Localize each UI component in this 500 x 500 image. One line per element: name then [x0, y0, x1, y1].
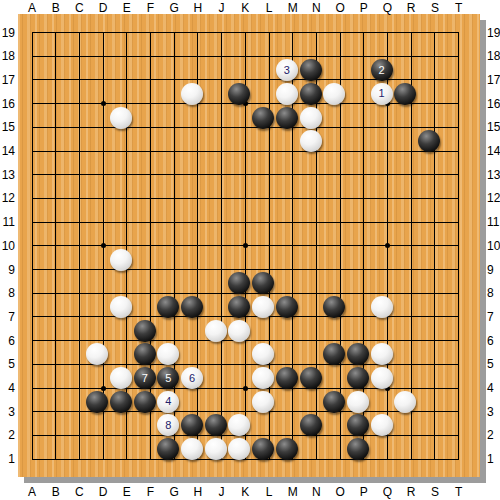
board-point-T7[interactable] — [465, 319, 489, 343]
board-point-F14[interactable] — [157, 153, 181, 177]
board-point-B9[interactable] — [62, 272, 86, 296]
board-point-L6[interactable] — [275, 343, 299, 367]
board-point-C18[interactable] — [86, 58, 110, 82]
board-point-R16[interactable] — [417, 106, 441, 130]
board-point-C4[interactable] — [86, 390, 110, 414]
board-point-F8[interactable] — [157, 295, 181, 319]
board-point-F7[interactable] — [157, 319, 181, 343]
board-point-B6[interactable] — [62, 343, 86, 367]
board-point-E4[interactable] — [133, 390, 157, 414]
board-point-A3[interactable] — [38, 414, 62, 438]
board-point-K15[interactable] — [251, 129, 275, 153]
board-point-J12[interactable] — [228, 200, 252, 224]
board-point-F2[interactable] — [157, 437, 181, 461]
board-point-R12[interactable] — [417, 200, 441, 224]
board-point-S1[interactable] — [441, 461, 465, 485]
board-point-O3[interactable] — [346, 414, 370, 438]
board-point-M9[interactable] — [299, 272, 323, 296]
board-point-B17[interactable] — [62, 82, 86, 106]
board-point-R6[interactable] — [417, 343, 441, 367]
board-point-A9[interactable] — [38, 272, 62, 296]
board-point-Q4[interactable] — [393, 390, 417, 414]
board-point-H16[interactable] — [204, 106, 228, 130]
board-point-M2[interactable] — [299, 437, 323, 461]
board-point-J7[interactable] — [228, 319, 252, 343]
board-point-R14[interactable] — [417, 153, 441, 177]
board-point-J6[interactable] — [228, 343, 252, 367]
board-point-E19[interactable] — [133, 35, 157, 59]
board-point-F9[interactable] — [157, 272, 181, 296]
board-point-F16[interactable] — [157, 106, 181, 130]
board-point-N6[interactable] — [322, 343, 346, 367]
board-point-E7[interactable] — [133, 319, 157, 343]
board-point-T3[interactable] — [465, 414, 489, 438]
board-point-L17[interactable] — [275, 82, 299, 106]
board-point-K7[interactable] — [251, 319, 275, 343]
board-point-J17[interactable] — [228, 82, 252, 106]
board-point-K3[interactable] — [251, 414, 275, 438]
board-point-J14[interactable] — [228, 153, 252, 177]
board-point-K5[interactable] — [251, 366, 275, 390]
board-point-G18[interactable] — [180, 58, 204, 82]
board-point-F17[interactable] — [157, 82, 181, 106]
board-point-E2[interactable] — [133, 437, 157, 461]
board-point-H6[interactable] — [204, 343, 228, 367]
board-point-B18[interactable] — [62, 58, 86, 82]
board-point-N4[interactable] — [322, 390, 346, 414]
board-point-C10[interactable] — [86, 248, 110, 272]
board-point-L5[interactable] — [275, 366, 299, 390]
board-point-M4[interactable] — [299, 390, 323, 414]
board-point-P6[interactable] — [370, 343, 394, 367]
board-point-N9[interactable] — [322, 272, 346, 296]
board-point-O1[interactable] — [346, 461, 370, 485]
board-point-H19[interactable] — [204, 35, 228, 59]
board-point-M5[interactable] — [299, 366, 323, 390]
board-point-E13[interactable] — [133, 177, 157, 201]
board-point-M15[interactable] — [299, 129, 323, 153]
board-point-T1[interactable] — [465, 461, 489, 485]
board-point-P14[interactable] — [370, 153, 394, 177]
board-point-G11[interactable] — [180, 224, 204, 248]
board-point-D12[interactable] — [109, 200, 133, 224]
board-point-B8[interactable] — [62, 295, 86, 319]
board-point-G3[interactable] — [180, 414, 204, 438]
board-point-F5[interactable]: 5 — [157, 366, 181, 390]
board-point-S18[interactable] — [441, 58, 465, 82]
board-point-E1[interactable] — [133, 461, 157, 485]
board-point-J8[interactable] — [228, 295, 252, 319]
board-point-G9[interactable] — [180, 272, 204, 296]
board-point-S17[interactable] — [441, 82, 465, 106]
board-point-D8[interactable] — [109, 295, 133, 319]
board-point-N15[interactable] — [322, 129, 346, 153]
board-point-Q15[interactable] — [393, 129, 417, 153]
board-point-K6[interactable] — [251, 343, 275, 367]
board-point-Q12[interactable] — [393, 200, 417, 224]
board-point-H10[interactable] — [204, 248, 228, 272]
board-point-Q18[interactable] — [393, 58, 417, 82]
board-point-D2[interactable] — [109, 437, 133, 461]
board-point-C6[interactable] — [86, 343, 110, 367]
board-point-P11[interactable] — [370, 224, 394, 248]
board-point-M12[interactable] — [299, 200, 323, 224]
board-point-F12[interactable] — [157, 200, 181, 224]
board-point-K1[interactable] — [251, 461, 275, 485]
board-point-L4[interactable] — [275, 390, 299, 414]
board-point-B16[interactable] — [62, 106, 86, 130]
board-point-O7[interactable] — [346, 319, 370, 343]
board-point-E6[interactable] — [133, 343, 157, 367]
board-point-L19[interactable] — [275, 35, 299, 59]
board-point-C14[interactable] — [86, 153, 110, 177]
board-point-B19[interactable] — [62, 35, 86, 59]
board-point-E8[interactable] — [133, 295, 157, 319]
board-point-B10[interactable] — [62, 248, 86, 272]
board-point-B12[interactable] — [62, 200, 86, 224]
board-point-T16[interactable] — [465, 106, 489, 130]
board-point-R7[interactable] — [417, 319, 441, 343]
board-point-F19[interactable] — [157, 35, 181, 59]
board-point-H12[interactable] — [204, 200, 228, 224]
board-point-K2[interactable] — [251, 437, 275, 461]
board-point-K19[interactable] — [251, 35, 275, 59]
board-point-C3[interactable] — [86, 414, 110, 438]
board-point-D14[interactable] — [109, 153, 133, 177]
board-point-G17[interactable] — [180, 82, 204, 106]
board-point-F4[interactable]: 4 — [157, 390, 181, 414]
board-point-E12[interactable] — [133, 200, 157, 224]
board-point-O2[interactable] — [346, 437, 370, 461]
board-point-A8[interactable] — [38, 295, 62, 319]
board-point-E10[interactable] — [133, 248, 157, 272]
board-point-K4[interactable] — [251, 390, 275, 414]
board-point-N17[interactable] — [322, 82, 346, 106]
board-point-H5[interactable] — [204, 366, 228, 390]
board-point-H4[interactable] — [204, 390, 228, 414]
board-point-G19[interactable] — [180, 35, 204, 59]
board-point-S4[interactable] — [441, 390, 465, 414]
board-point-G8[interactable] — [180, 295, 204, 319]
board-point-T19[interactable] — [465, 35, 489, 59]
board-point-M11[interactable] — [299, 224, 323, 248]
board-point-T12[interactable] — [465, 200, 489, 224]
board-point-S3[interactable] — [441, 414, 465, 438]
board-point-M6[interactable] — [299, 343, 323, 367]
board-point-E16[interactable] — [133, 106, 157, 130]
board-point-D11[interactable] — [109, 224, 133, 248]
board-point-P19[interactable] — [370, 35, 394, 59]
board-point-N14[interactable] — [322, 153, 346, 177]
board-point-D9[interactable] — [109, 272, 133, 296]
go-board[interactable]: 32175648 — [18, 14, 480, 477]
board-point-A15[interactable] — [38, 129, 62, 153]
board-point-T18[interactable] — [465, 58, 489, 82]
board-point-O10[interactable] — [346, 248, 370, 272]
board-point-T4[interactable] — [465, 390, 489, 414]
board-point-R15[interactable] — [417, 129, 441, 153]
board-point-S10[interactable] — [441, 248, 465, 272]
board-point-A14[interactable] — [38, 153, 62, 177]
board-point-C9[interactable] — [86, 272, 110, 296]
board-point-T5[interactable] — [465, 366, 489, 390]
board-point-D15[interactable] — [109, 129, 133, 153]
board-point-B14[interactable] — [62, 153, 86, 177]
board-point-H18[interactable] — [204, 58, 228, 82]
board-point-N11[interactable] — [322, 224, 346, 248]
board-point-N13[interactable] — [322, 177, 346, 201]
board-point-D10[interactable] — [109, 248, 133, 272]
board-point-S11[interactable] — [441, 224, 465, 248]
board-point-J19[interactable] — [228, 35, 252, 59]
board-point-C7[interactable] — [86, 319, 110, 343]
board-point-F11[interactable] — [157, 224, 181, 248]
board-point-D17[interactable] — [109, 82, 133, 106]
board-point-G5[interactable]: 6 — [180, 366, 204, 390]
board-point-F13[interactable] — [157, 177, 181, 201]
board-point-N8[interactable] — [322, 295, 346, 319]
board-point-O15[interactable] — [346, 129, 370, 153]
board-point-P7[interactable] — [370, 319, 394, 343]
board-point-A16[interactable] — [38, 106, 62, 130]
board-point-L3[interactable] — [275, 414, 299, 438]
board-point-T15[interactable] — [465, 129, 489, 153]
board-point-N12[interactable] — [322, 200, 346, 224]
board-point-G4[interactable] — [180, 390, 204, 414]
board-point-K14[interactable] — [251, 153, 275, 177]
board-point-J3[interactable] — [228, 414, 252, 438]
board-point-A2[interactable] — [38, 437, 62, 461]
board-point-E15[interactable] — [133, 129, 157, 153]
board-point-A18[interactable] — [38, 58, 62, 82]
board-point-J5[interactable] — [228, 366, 252, 390]
board-point-B4[interactable] — [62, 390, 86, 414]
board-point-T8[interactable] — [465, 295, 489, 319]
board-point-K16[interactable] — [251, 106, 275, 130]
board-point-S8[interactable] — [441, 295, 465, 319]
board-point-Q10[interactable] — [393, 248, 417, 272]
board-point-A13[interactable] — [38, 177, 62, 201]
board-point-Q2[interactable] — [393, 437, 417, 461]
board-point-P3[interactable] — [370, 414, 394, 438]
board-point-J18[interactable] — [228, 58, 252, 82]
board-point-C15[interactable] — [86, 129, 110, 153]
board-point-C16[interactable] — [86, 106, 110, 130]
board-point-J2[interactable] — [228, 437, 252, 461]
board-point-Q17[interactable] — [393, 82, 417, 106]
board-point-B15[interactable] — [62, 129, 86, 153]
board-point-N16[interactable] — [322, 106, 346, 130]
board-point-D19[interactable] — [109, 35, 133, 59]
board-point-H17[interactable] — [204, 82, 228, 106]
board-point-A10[interactable] — [38, 248, 62, 272]
board-point-R8[interactable] — [417, 295, 441, 319]
board-point-J11[interactable] — [228, 224, 252, 248]
board-point-T10[interactable] — [465, 248, 489, 272]
board-point-P9[interactable] — [370, 272, 394, 296]
board-point-O4[interactable] — [346, 390, 370, 414]
board-point-J1[interactable] — [228, 461, 252, 485]
board-point-S12[interactable] — [441, 200, 465, 224]
board-point-P1[interactable] — [370, 461, 394, 485]
board-point-C17[interactable] — [86, 82, 110, 106]
board-point-O16[interactable] — [346, 106, 370, 130]
board-point-O14[interactable] — [346, 153, 370, 177]
board-point-O8[interactable] — [346, 295, 370, 319]
board-point-N5[interactable] — [322, 366, 346, 390]
board-point-D5[interactable] — [109, 366, 133, 390]
board-point-O6[interactable] — [346, 343, 370, 367]
board-point-H7[interactable] — [204, 319, 228, 343]
board-point-L9[interactable] — [275, 272, 299, 296]
board-point-P13[interactable] — [370, 177, 394, 201]
board-point-K9[interactable] — [251, 272, 275, 296]
board-point-C1[interactable] — [86, 461, 110, 485]
board-point-D3[interactable] — [109, 414, 133, 438]
board-point-D13[interactable] — [109, 177, 133, 201]
board-point-O11[interactable] — [346, 224, 370, 248]
board-point-K12[interactable] — [251, 200, 275, 224]
board-point-G12[interactable] — [180, 200, 204, 224]
board-point-J9[interactable] — [228, 272, 252, 296]
board-point-C2[interactable] — [86, 437, 110, 461]
board-point-O17[interactable] — [346, 82, 370, 106]
board-point-Q11[interactable] — [393, 224, 417, 248]
board-point-K11[interactable] — [251, 224, 275, 248]
board-point-C5[interactable] — [86, 366, 110, 390]
board-point-A5[interactable] — [38, 366, 62, 390]
board-point-G1[interactable] — [180, 461, 204, 485]
board-point-D6[interactable] — [109, 343, 133, 367]
board-point-C12[interactable] — [86, 200, 110, 224]
board-point-O9[interactable] — [346, 272, 370, 296]
board-point-M3[interactable] — [299, 414, 323, 438]
board-point-M17[interactable] — [299, 82, 323, 106]
board-point-A19[interactable] — [38, 35, 62, 59]
board-point-Q6[interactable] — [393, 343, 417, 367]
board-point-Q14[interactable] — [393, 153, 417, 177]
board-point-P12[interactable] — [370, 200, 394, 224]
board-point-L14[interactable] — [275, 153, 299, 177]
board-point-G7[interactable] — [180, 319, 204, 343]
board-point-S15[interactable] — [441, 129, 465, 153]
board-point-S2[interactable] — [441, 437, 465, 461]
board-point-P17[interactable]: 1 — [370, 82, 394, 106]
board-point-A6[interactable] — [38, 343, 62, 367]
board-point-E5[interactable]: 7 — [133, 366, 157, 390]
board-point-J16[interactable] — [228, 106, 252, 130]
board-point-S16[interactable] — [441, 106, 465, 130]
board-point-G14[interactable] — [180, 153, 204, 177]
board-point-H15[interactable] — [204, 129, 228, 153]
board-point-R1[interactable] — [417, 461, 441, 485]
board-point-L18[interactable]: 3 — [275, 58, 299, 82]
board-point-S13[interactable] — [441, 177, 465, 201]
board-point-T17[interactable] — [465, 82, 489, 106]
board-point-T14[interactable] — [465, 153, 489, 177]
board-point-H14[interactable] — [204, 153, 228, 177]
board-point-F10[interactable] — [157, 248, 181, 272]
board-point-D16[interactable] — [109, 106, 133, 130]
board-point-R13[interactable] — [417, 177, 441, 201]
board-point-E9[interactable] — [133, 272, 157, 296]
board-point-B13[interactable] — [62, 177, 86, 201]
board-point-H13[interactable] — [204, 177, 228, 201]
board-point-C13[interactable] — [86, 177, 110, 201]
board-point-L2[interactable] — [275, 437, 299, 461]
board-point-P4[interactable] — [370, 390, 394, 414]
board-point-S7[interactable] — [441, 319, 465, 343]
board-point-A12[interactable] — [38, 200, 62, 224]
board-point-S9[interactable] — [441, 272, 465, 296]
board-point-M16[interactable] — [299, 106, 323, 130]
board-point-B5[interactable] — [62, 366, 86, 390]
board-point-S14[interactable] — [441, 153, 465, 177]
board-point-K10[interactable] — [251, 248, 275, 272]
board-point-P5[interactable] — [370, 366, 394, 390]
board-point-J15[interactable] — [228, 129, 252, 153]
board-point-O12[interactable] — [346, 200, 370, 224]
board-point-P18[interactable]: 2 — [370, 58, 394, 82]
board-point-T6[interactable] — [465, 343, 489, 367]
board-point-R3[interactable] — [417, 414, 441, 438]
board-point-R5[interactable] — [417, 366, 441, 390]
board-point-S5[interactable] — [441, 366, 465, 390]
board-point-Q9[interactable] — [393, 272, 417, 296]
board-point-R10[interactable] — [417, 248, 441, 272]
board-point-M1[interactable] — [299, 461, 323, 485]
board-point-S19[interactable] — [441, 35, 465, 59]
board-point-O18[interactable] — [346, 58, 370, 82]
board-point-M7[interactable] — [299, 319, 323, 343]
board-point-D18[interactable] — [109, 58, 133, 82]
board-point-P8[interactable] — [370, 295, 394, 319]
board-point-H3[interactable] — [204, 414, 228, 438]
board-point-P2[interactable] — [370, 437, 394, 461]
board-point-G13[interactable] — [180, 177, 204, 201]
board-point-L11[interactable] — [275, 224, 299, 248]
board-point-D7[interactable] — [109, 319, 133, 343]
board-point-L7[interactable] — [275, 319, 299, 343]
board-point-M13[interactable] — [299, 177, 323, 201]
board-point-G16[interactable] — [180, 106, 204, 130]
board-point-K13[interactable] — [251, 177, 275, 201]
board-point-T11[interactable] — [465, 224, 489, 248]
board-point-Q19[interactable] — [393, 35, 417, 59]
board-point-Q1[interactable] — [393, 461, 417, 485]
board-point-R18[interactable] — [417, 58, 441, 82]
board-point-M14[interactable] — [299, 153, 323, 177]
board-point-L8[interactable] — [275, 295, 299, 319]
board-point-R17[interactable] — [417, 82, 441, 106]
board-point-O13[interactable] — [346, 177, 370, 201]
board-point-L16[interactable] — [275, 106, 299, 130]
board-point-T9[interactable] — [465, 272, 489, 296]
board-point-F3[interactable]: 8 — [157, 414, 181, 438]
board-point-L10[interactable] — [275, 248, 299, 272]
board-point-P10[interactable] — [370, 248, 394, 272]
board-point-H9[interactable] — [204, 272, 228, 296]
board-point-Q5[interactable] — [393, 366, 417, 390]
board-point-J10[interactable] — [228, 248, 252, 272]
board-point-F15[interactable] — [157, 129, 181, 153]
board-point-O19[interactable] — [346, 35, 370, 59]
board-point-N18[interactable] — [322, 58, 346, 82]
board-point-E18[interactable] — [133, 58, 157, 82]
board-point-D4[interactable] — [109, 390, 133, 414]
board-point-C8[interactable] — [86, 295, 110, 319]
board-point-H8[interactable] — [204, 295, 228, 319]
